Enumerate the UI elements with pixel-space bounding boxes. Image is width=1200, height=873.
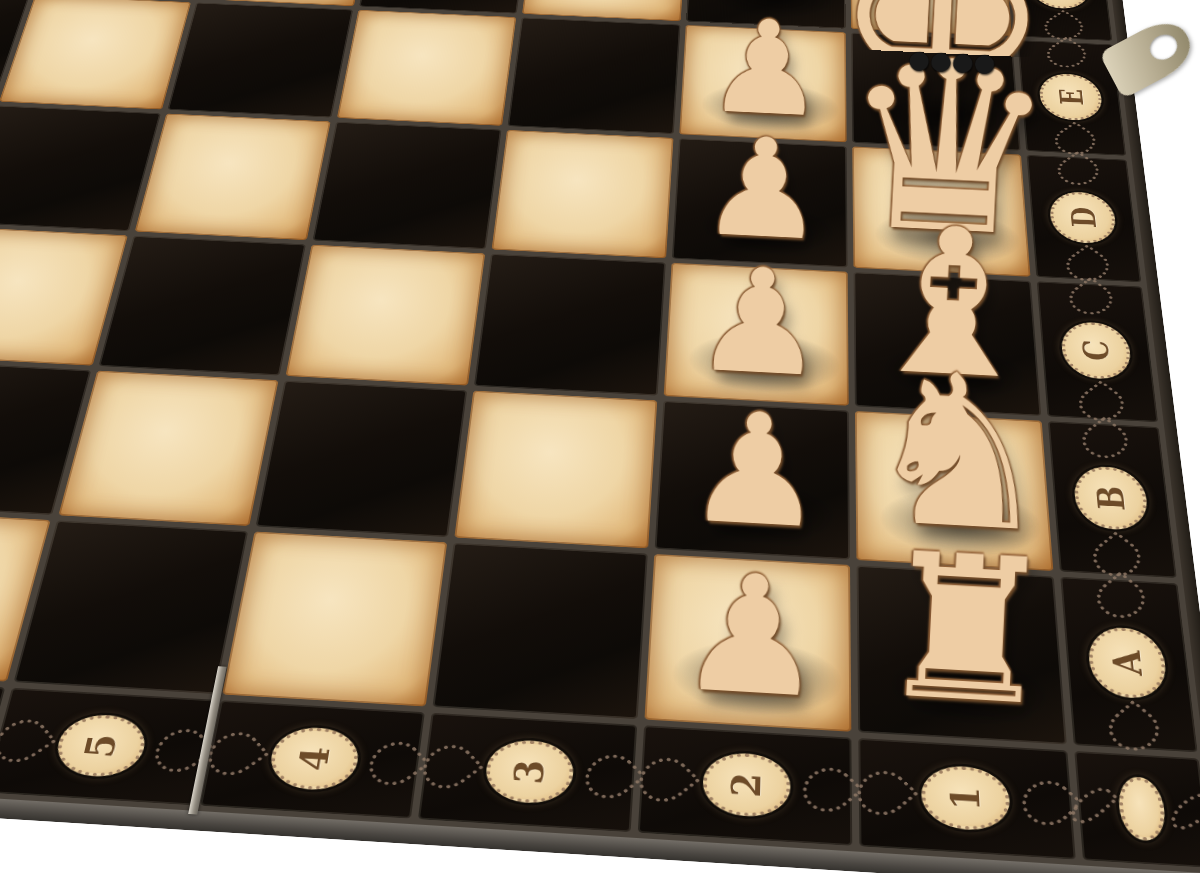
heart-scroll-ornament [1098, 699, 1169, 759]
coordinate-oval: 5 [51, 713, 151, 779]
rank-label-4: 4 [200, 700, 425, 819]
square-e3[interactable] [508, 17, 681, 134]
rank-label-3: 3 [418, 713, 637, 833]
clasp-hole [1146, 30, 1182, 64]
rank-label-5: 5 [0, 688, 214, 806]
file-label-E-text: E [1051, 88, 1090, 106]
coordinate-oval: 1 [920, 764, 1011, 832]
rank-label-1-text: 1 [941, 784, 990, 811]
file-label-C-text: C [1074, 339, 1117, 362]
coordinate-oval: B [1072, 465, 1150, 531]
rank-label-4-text: 4 [289, 745, 339, 772]
square-a4[interactable] [222, 532, 447, 707]
square-b6[interactable] [0, 361, 91, 515]
heart-scroll-ornament [359, 733, 431, 794]
heart-scroll-ornament [1060, 277, 1121, 321]
pawn-glyph: ♟ [674, 550, 831, 721]
square-d5[interactable] [135, 114, 331, 241]
heart-scroll-ornament [0, 711, 57, 771]
coordinate-oval: 3 [483, 738, 576, 805]
heart-scroll-ornament [1164, 787, 1200, 836]
rank-label-2: 2 [638, 725, 853, 846]
heart-scroll-ornament [574, 746, 646, 808]
coordinate-oval: D [1048, 190, 1118, 244]
square-b4[interactable] [256, 381, 468, 538]
pawn-glyph: ♟ [690, 247, 830, 398]
square-b2[interactable]: ♟ [655, 401, 850, 560]
file-label-A-text: A [1103, 648, 1151, 676]
heart-scroll-ornament [792, 759, 864, 821]
square-a3[interactable] [432, 543, 647, 719]
heart-scroll-ornament [847, 762, 919, 824]
coordinate-oval: C [1060, 320, 1133, 380]
piece-white-pawn[interactable]: ♟ [690, 247, 830, 398]
file-label-D-text: D [1062, 206, 1103, 228]
heart-scroll-ornament [629, 749, 701, 811]
rook-glyph: ♜ [871, 526, 1062, 736]
chess-board: G♟F♟♚E♟♛●●●●D♟♝C♟♞B♟♜A87654321 [0, 0, 1200, 873]
square-d6[interactable] [0, 105, 161, 231]
coordinate-oval: 4 [266, 725, 362, 792]
rank-label-2-text: 2 [722, 771, 770, 798]
rank-label-3-text: 3 [505, 758, 554, 785]
file-label-A: A [1060, 577, 1197, 753]
heart-scroll-ornament [1011, 772, 1084, 835]
rank-label-5-text: 5 [75, 732, 127, 758]
square-b3[interactable] [454, 391, 657, 549]
piece-white-pawn[interactable]: ♟ [674, 550, 831, 721]
file-label-B-text: B [1088, 484, 1134, 511]
square-e4[interactable] [337, 10, 516, 126]
coordinate-oval: A [1086, 625, 1169, 699]
rank-label-1: 1 [858, 738, 1075, 860]
square-d4[interactable] [313, 122, 502, 250]
coordinate-oval [1116, 776, 1167, 842]
square-c5[interactable] [99, 236, 306, 376]
file-label-B: B [1048, 421, 1177, 578]
heart-scroll-ornament [1049, 151, 1107, 191]
square-e6[interactable] [0, 0, 191, 109]
heart-scroll-ornament [1073, 416, 1137, 465]
square-d3[interactable] [492, 130, 674, 258]
square-a5[interactable] [14, 520, 249, 694]
square-a1[interactable]: ♜ [857, 565, 1067, 744]
chess-set-photo: G♟F♟♚E♟♛●●●●D♟♝C♟♞B♟♜A87654321 [0, 0, 1200, 873]
square-a2[interactable]: ♟ [644, 554, 851, 732]
heart-scroll-ornament [1087, 571, 1155, 626]
pawn-glyph: ♟ [683, 390, 831, 550]
piece-white-rook[interactable]: ♜ [871, 526, 1062, 736]
heart-scroll-ornament [413, 736, 485, 797]
coordinate-oval: 2 [701, 751, 790, 819]
queen-crown-balls: ●●●● [908, 47, 997, 75]
square-b5[interactable] [58, 371, 278, 526]
square-c3[interactable] [474, 254, 666, 396]
square-c4[interactable] [286, 245, 486, 386]
piece-white-pawn[interactable]: ♟ [683, 390, 831, 550]
square-e5[interactable] [167, 2, 353, 117]
border-corner [1074, 751, 1200, 868]
